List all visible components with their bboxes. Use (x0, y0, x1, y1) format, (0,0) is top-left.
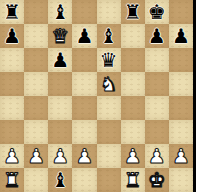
piece-black-pawn[interactable]: ♟ (172, 24, 190, 48)
square-h8[interactable] (169, 0, 193, 24)
square-c2[interactable]: ♟ (48, 144, 72, 168)
piece-white-rook[interactable]: ♜ (124, 168, 142, 192)
square-c8[interactable]: ♝ (48, 0, 72, 24)
square-h6[interactable] (169, 48, 193, 72)
square-a6[interactable] (0, 48, 24, 72)
square-d6[interactable] (72, 48, 96, 72)
square-b1[interactable] (24, 168, 48, 192)
piece-black-rook[interactable]: ♜ (124, 0, 142, 24)
piece-black-pawn[interactable]: ♟ (148, 24, 166, 48)
square-f8[interactable]: ♜ (121, 0, 145, 24)
chess-board: ♜♝♜♚♟♛♟♝♟♟♟♛♞♟♟♟♟♟♟♟♜♝♜♚ (0, 0, 196, 192)
square-e2[interactable] (97, 144, 121, 168)
piece-white-king[interactable]: ♚ (148, 168, 166, 192)
piece-white-pawn[interactable]: ♟ (75, 144, 93, 168)
square-f4[interactable] (121, 96, 145, 120)
square-e6[interactable]: ♛ (97, 48, 121, 72)
square-b6[interactable] (24, 48, 48, 72)
square-g7[interactable]: ♟ (145, 24, 169, 48)
square-g3[interactable] (145, 120, 169, 144)
piece-black-bishop[interactable]: ♝ (100, 24, 118, 48)
square-d4[interactable] (72, 96, 96, 120)
square-h7[interactable]: ♟ (169, 24, 193, 48)
square-a5[interactable] (0, 72, 24, 96)
square-b5[interactable] (24, 72, 48, 96)
piece-black-pawn[interactable]: ♟ (75, 24, 93, 48)
square-e4[interactable] (97, 96, 121, 120)
square-h2[interactable]: ♟ (169, 144, 193, 168)
square-g5[interactable] (145, 72, 169, 96)
square-f7[interactable] (121, 24, 145, 48)
square-a3[interactable] (0, 120, 24, 144)
square-e7[interactable]: ♝ (97, 24, 121, 48)
square-d2[interactable]: ♟ (72, 144, 96, 168)
piece-white-pawn[interactable]: ♟ (51, 144, 69, 168)
square-h1[interactable] (169, 168, 193, 192)
square-e8[interactable] (97, 0, 121, 24)
right-margin (196, 0, 207, 192)
piece-white-pawn[interactable]: ♟ (27, 144, 45, 168)
square-f1[interactable]: ♜ (121, 168, 145, 192)
piece-black-pawn[interactable]: ♟ (51, 48, 69, 72)
square-h5[interactable] (169, 72, 193, 96)
square-c4[interactable] (48, 96, 72, 120)
piece-white-pawn[interactable]: ♟ (124, 144, 142, 168)
piece-black-king[interactable]: ♚ (148, 0, 166, 24)
square-a8[interactable]: ♜ (0, 0, 24, 24)
square-g2[interactable]: ♟ (145, 144, 169, 168)
square-c5[interactable] (48, 72, 72, 96)
square-b7[interactable] (24, 24, 48, 48)
square-g1[interactable]: ♚ (145, 168, 169, 192)
piece-white-queen[interactable]: ♛ (51, 24, 69, 48)
piece-white-pawn[interactable]: ♟ (148, 144, 166, 168)
square-e3[interactable] (97, 120, 121, 144)
square-b2[interactable]: ♟ (24, 144, 48, 168)
square-a2[interactable]: ♟ (0, 144, 24, 168)
square-h4[interactable] (169, 96, 193, 120)
square-c7[interactable]: ♛ (48, 24, 72, 48)
piece-black-bishop[interactable]: ♝ (51, 0, 69, 24)
square-g6[interactable] (145, 48, 169, 72)
square-e5[interactable]: ♞ (97, 72, 121, 96)
square-c1[interactable]: ♝ (48, 168, 72, 192)
square-b8[interactable] (24, 0, 48, 24)
square-g4[interactable] (145, 96, 169, 120)
piece-black-bishop[interactable]: ♝ (51, 168, 69, 192)
square-d1[interactable] (72, 168, 96, 192)
piece-black-rook[interactable]: ♜ (3, 0, 21, 24)
square-c3[interactable] (48, 120, 72, 144)
piece-white-knight[interactable]: ♞ (100, 72, 118, 96)
square-a1[interactable]: ♜ (0, 168, 24, 192)
square-f2[interactable]: ♟ (121, 144, 145, 168)
square-g8[interactable]: ♚ (145, 0, 169, 24)
piece-white-pawn[interactable]: ♟ (172, 144, 190, 168)
square-d7[interactable]: ♟ (72, 24, 96, 48)
square-d8[interactable] (72, 0, 96, 24)
square-b4[interactable] (24, 96, 48, 120)
square-d3[interactable] (72, 120, 96, 144)
square-e1[interactable] (97, 168, 121, 192)
square-f3[interactable] (121, 120, 145, 144)
square-b3[interactable] (24, 120, 48, 144)
square-f5[interactable] (121, 72, 145, 96)
square-d5[interactable] (72, 72, 96, 96)
chess-app-window: ♜♝♜♚♟♛♟♝♟♟♟♛♞♟♟♟♟♟♟♟♜♝♜♚ (0, 0, 207, 192)
piece-black-queen[interactable]: ♛ (100, 48, 118, 72)
square-f6[interactable] (121, 48, 145, 72)
square-a4[interactable] (0, 96, 24, 120)
piece-white-pawn[interactable]: ♟ (3, 144, 21, 168)
square-h3[interactable] (169, 120, 193, 144)
piece-black-pawn[interactable]: ♟ (3, 24, 21, 48)
piece-white-rook[interactable]: ♜ (3, 168, 21, 192)
square-c6[interactable]: ♟ (48, 48, 72, 72)
square-a7[interactable]: ♟ (0, 24, 24, 48)
